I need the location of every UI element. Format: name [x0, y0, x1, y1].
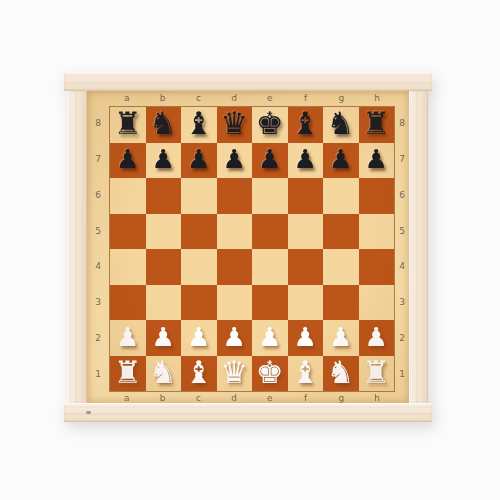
square-b3[interactable] — [146, 285, 182, 321]
square-g5[interactable] — [323, 214, 359, 250]
square-h7[interactable]: ♟ — [359, 143, 395, 179]
square-g1[interactable]: ♞ — [323, 356, 359, 392]
piece-wk-e1[interactable]: ♚ — [256, 357, 284, 388]
piece-wr-a1[interactable]: ♜ — [114, 357, 142, 388]
file-label-b-bottom: b — [145, 391, 181, 405]
file-label-g-bottom: g — [324, 391, 360, 405]
square-e7[interactable]: ♟ — [252, 143, 288, 179]
piece-bk-e8[interactable]: ♚ — [256, 108, 284, 139]
square-e3[interactable] — [252, 285, 288, 321]
piece-bp-h7[interactable]: ♟ — [365, 146, 388, 172]
square-a6[interactable] — [110, 178, 146, 214]
rank-label-5-left: 5 — [87, 213, 109, 249]
square-d1[interactable]: ♛ — [217, 356, 253, 392]
file-label-h-top: h — [359, 91, 395, 106]
file-label-d-bottom: d — [216, 391, 252, 405]
square-h8[interactable]: ♜ — [359, 107, 395, 143]
rank-label-2-right: 2 — [395, 321, 409, 357]
piece-wb-f1[interactable]: ♝ — [291, 357, 319, 388]
photo-background: abcdefgh abcdefgh 87654321 87654321 ♜♞♝♛… — [0, 0, 500, 500]
square-c8[interactable]: ♝ — [181, 107, 217, 143]
square-e5[interactable] — [252, 214, 288, 250]
square-f8[interactable]: ♝ — [288, 107, 324, 143]
square-g4[interactable] — [323, 249, 359, 285]
piece-wp-h2[interactable]: ♟ — [365, 324, 388, 350]
file-labels-top: abcdefgh — [109, 91, 395, 106]
board-frame: abcdefgh abcdefgh 87654321 87654321 ♜♞♝♛… — [64, 72, 432, 422]
square-a7[interactable]: ♟ — [110, 143, 146, 179]
file-label-a-bottom: a — [109, 391, 145, 405]
square-d7[interactable]: ♟ — [217, 143, 253, 179]
square-g3[interactable] — [323, 285, 359, 321]
piece-wp-b2[interactable]: ♟ — [152, 324, 175, 350]
piece-bb-f8[interactable]: ♝ — [291, 108, 319, 139]
rank-label-4-right: 4 — [395, 249, 409, 285]
piece-bq-d8[interactable]: ♛ — [220, 108, 248, 139]
square-f2[interactable]: ♟ — [288, 320, 324, 356]
square-c1[interactable]: ♝ — [181, 356, 217, 392]
square-c7[interactable]: ♟ — [181, 143, 217, 179]
piece-wp-e2[interactable]: ♟ — [258, 324, 281, 350]
rank-label-4-left: 4 — [87, 249, 109, 285]
piece-bp-e7[interactable]: ♟ — [258, 146, 281, 172]
square-g7[interactable]: ♟ — [323, 143, 359, 179]
file-label-b-top: b — [145, 91, 181, 106]
square-h2[interactable]: ♟ — [359, 320, 395, 356]
rank-label-5-right: 5 — [395, 213, 409, 249]
square-a1[interactable]: ♜ — [110, 356, 146, 392]
file-label-f-top: f — [288, 91, 324, 106]
file-label-c-top: c — [181, 91, 217, 106]
square-e4[interactable] — [252, 249, 288, 285]
rank-label-7-right: 7 — [395, 142, 409, 178]
square-d2[interactable]: ♟ — [217, 320, 253, 356]
square-d6[interactable] — [217, 178, 253, 214]
square-a4[interactable] — [110, 249, 146, 285]
square-h6[interactable] — [359, 178, 395, 214]
square-h3[interactable] — [359, 285, 395, 321]
file-labels-bottom: abcdefgh — [109, 391, 395, 405]
piece-bp-c7[interactable]: ♟ — [187, 146, 210, 172]
square-c3[interactable] — [181, 285, 217, 321]
square-d3[interactable] — [217, 285, 253, 321]
square-d5[interactable] — [217, 214, 253, 250]
square-d8[interactable]: ♛ — [217, 107, 253, 143]
square-g2[interactable]: ♟ — [323, 320, 359, 356]
file-label-h-bottom: h — [359, 391, 395, 405]
square-a8[interactable]: ♜ — [110, 107, 146, 143]
piece-bb-c8[interactable]: ♝ — [185, 108, 213, 139]
square-c5[interactable] — [181, 214, 217, 250]
square-g8[interactable]: ♞ — [323, 107, 359, 143]
square-h5[interactable] — [359, 214, 395, 250]
piece-bp-b7[interactable]: ♟ — [152, 146, 175, 172]
rank-label-8-right: 8 — [395, 106, 409, 142]
frame-rail-right — [409, 91, 428, 403]
square-b5[interactable] — [146, 214, 182, 250]
piece-wp-f2[interactable]: ♟ — [294, 324, 317, 350]
square-e2[interactable]: ♟ — [252, 320, 288, 356]
square-d4[interactable] — [217, 249, 253, 285]
square-b6[interactable] — [146, 178, 182, 214]
rank-label-3-right: 3 — [395, 285, 409, 321]
square-c2[interactable]: ♟ — [181, 320, 217, 356]
file-label-c-bottom: c — [181, 391, 217, 405]
square-g6[interactable] — [323, 178, 359, 214]
square-e1[interactable]: ♚ — [252, 356, 288, 392]
rank-labels-right: 87654321 — [395, 106, 409, 392]
rank-label-1-right: 1 — [395, 356, 409, 392]
square-b7[interactable]: ♟ — [146, 143, 182, 179]
piece-wp-c2[interactable]: ♟ — [187, 324, 210, 350]
piece-bp-f7[interactable]: ♟ — [294, 146, 317, 172]
square-h1[interactable]: ♜ — [359, 356, 395, 392]
file-label-e-top: e — [252, 91, 288, 106]
square-b4[interactable] — [146, 249, 182, 285]
piece-wp-a2[interactable]: ♟ — [116, 324, 139, 350]
piece-wb-c1[interactable]: ♝ — [185, 357, 213, 388]
piece-bp-a7[interactable]: ♟ — [116, 146, 139, 172]
rank-label-6-right: 6 — [395, 178, 409, 214]
piece-bp-g7[interactable]: ♟ — [329, 146, 352, 172]
piece-wp-d2[interactable]: ♟ — [223, 324, 246, 350]
square-b8[interactable]: ♞ — [146, 107, 182, 143]
piece-bn-g8[interactable]: ♞ — [327, 108, 355, 139]
rank-label-1-left: 1 — [87, 356, 109, 392]
rank-label-6-left: 6 — [87, 178, 109, 214]
square-e8[interactable]: ♚ — [252, 107, 288, 143]
square-f5[interactable] — [288, 214, 324, 250]
piece-wn-b1[interactable]: ♞ — [149, 357, 177, 388]
file-label-d-top: d — [216, 91, 252, 106]
rank-labels-left: 87654321 — [87, 106, 109, 392]
rank-label-2-left: 2 — [87, 321, 109, 357]
frame-rail-left — [68, 91, 87, 403]
file-label-f-bottom: f — [288, 391, 324, 405]
square-f3[interactable] — [288, 285, 324, 321]
piece-wq-d1[interactable]: ♛ — [220, 357, 248, 388]
piece-br-h8[interactable]: ♜ — [362, 108, 390, 139]
square-b1[interactable]: ♞ — [146, 356, 182, 392]
square-a2[interactable]: ♟ — [110, 320, 146, 356]
file-label-e-bottom: e — [252, 391, 288, 405]
piece-wn-g1[interactable]: ♞ — [327, 357, 355, 388]
square-f6[interactable] — [288, 178, 324, 214]
square-f7[interactable]: ♟ — [288, 143, 324, 179]
board-face: abcdefgh abcdefgh 87654321 87654321 ♜♞♝♛… — [87, 91, 409, 403]
piece-bp-d7[interactable]: ♟ — [223, 146, 246, 172]
wood-knot — [86, 411, 91, 414]
piece-wr-h1[interactable]: ♜ — [362, 357, 390, 388]
square-b2[interactable]: ♟ — [146, 320, 182, 356]
frame-rail-top — [64, 72, 432, 91]
file-label-g-top: g — [324, 91, 360, 106]
square-f4[interactable] — [288, 249, 324, 285]
square-a5[interactable] — [110, 214, 146, 250]
piece-br-a8[interactable]: ♜ — [114, 108, 142, 139]
rank-label-3-left: 3 — [87, 285, 109, 321]
square-e6[interactable] — [252, 178, 288, 214]
square-c4[interactable] — [181, 249, 217, 285]
square-a3[interactable] — [110, 285, 146, 321]
rank-label-8-left: 8 — [87, 106, 109, 142]
square-h4[interactable] — [359, 249, 395, 285]
square-f1[interactable]: ♝ — [288, 356, 324, 392]
chess-board[interactable]: ♜♞♝♛♚♝♞♜♟♟♟♟♟♟♟♟♟♟♟♟♟♟♟♟♜♞♝♛♚♝♞♜ — [109, 106, 395, 392]
piece-bn-b8[interactable]: ♞ — [149, 108, 177, 139]
piece-wp-g2[interactable]: ♟ — [329, 324, 352, 350]
rank-label-7-left: 7 — [87, 142, 109, 178]
frame-rail-bottom — [64, 403, 432, 422]
square-c6[interactable] — [181, 178, 217, 214]
file-label-a-top: a — [109, 91, 145, 106]
